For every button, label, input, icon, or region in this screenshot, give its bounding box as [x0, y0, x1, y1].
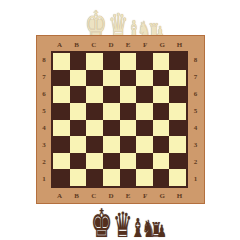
square-c7[interactable] [86, 70, 103, 87]
rank-label-5-left: 5 [37, 102, 51, 119]
square-g4[interactable] [153, 120, 170, 137]
square-g5[interactable] [153, 103, 170, 120]
board-frame: ABCDEFGH ABCDEFGH 87654321 87654321 [36, 35, 205, 204]
square-f7[interactable] [136, 70, 153, 87]
square-f4[interactable] [136, 120, 153, 137]
square-h5[interactable] [169, 103, 186, 120]
file-label-g-bottom: G [154, 188, 171, 204]
square-a2[interactable] [53, 153, 70, 170]
black-pawn-piece[interactable]: ♟ [157, 223, 166, 240]
square-b1[interactable] [70, 169, 87, 186]
rank-label-5-right: 5 [188, 102, 203, 119]
square-a3[interactable] [53, 136, 70, 153]
rank-label-7-left: 7 [37, 68, 51, 85]
square-d3[interactable] [103, 136, 120, 153]
black-pieces-tray: ♚♛♝♞♜♟ [90, 204, 163, 240]
square-d1[interactable] [103, 169, 120, 186]
square-b8[interactable] [70, 53, 87, 70]
square-a1[interactable] [53, 169, 70, 186]
rank-label-6-right: 6 [188, 85, 203, 102]
square-h3[interactable] [169, 136, 186, 153]
square-h1[interactable] [169, 169, 186, 186]
square-a7[interactable] [53, 70, 70, 87]
file-label-c-top: C [85, 38, 102, 51]
file-label-b-top: B [68, 38, 85, 51]
rank-label-1-left: 1 [37, 171, 51, 188]
rank-label-8-left: 8 [37, 51, 51, 68]
square-d5[interactable] [103, 103, 120, 120]
rank-label-3-right: 3 [188, 137, 203, 154]
square-e7[interactable] [120, 70, 137, 87]
square-f1[interactable] [136, 169, 153, 186]
square-h8[interactable] [169, 53, 186, 70]
square-e6[interactable] [120, 86, 137, 103]
rank-label-4-right: 4 [188, 120, 203, 137]
square-c5[interactable] [86, 103, 103, 120]
square-c6[interactable] [86, 86, 103, 103]
rank-labels-right: 87654321 [188, 51, 203, 188]
square-e5[interactable] [120, 103, 137, 120]
square-g7[interactable] [153, 70, 170, 87]
square-g2[interactable] [153, 153, 170, 170]
square-b4[interactable] [70, 120, 87, 137]
square-f8[interactable] [136, 53, 153, 70]
square-g8[interactable] [153, 53, 170, 70]
file-label-f-top: F [137, 38, 154, 51]
black-king-piece[interactable]: ♚ [91, 204, 113, 240]
chessboard-scene: ♚♛♝♞♜♟ ABCDEFGH ABCDEFGH 87654321 876543… [0, 0, 240, 240]
square-b3[interactable] [70, 136, 87, 153]
square-d8[interactable] [103, 53, 120, 70]
square-d2[interactable] [103, 153, 120, 170]
square-h7[interactable] [169, 70, 186, 87]
square-d7[interactable] [103, 70, 120, 87]
rank-label-6-left: 6 [37, 85, 51, 102]
square-h6[interactable] [169, 86, 186, 103]
rank-label-1-right: 1 [188, 171, 203, 188]
square-e2[interactable] [120, 153, 137, 170]
square-d6[interactable] [103, 86, 120, 103]
file-label-f-bottom: F [137, 188, 154, 204]
file-label-e-top: E [120, 38, 137, 51]
square-e8[interactable] [120, 53, 137, 70]
square-a6[interactable] [53, 86, 70, 103]
file-label-h-top: H [171, 38, 188, 51]
square-b6[interactable] [70, 86, 87, 103]
file-labels-bottom: ABCDEFGH [51, 188, 188, 204]
file-label-a-top: A [51, 38, 68, 51]
square-f2[interactable] [136, 153, 153, 170]
square-f6[interactable] [136, 86, 153, 103]
square-c8[interactable] [86, 53, 103, 70]
file-label-b-bottom: B [68, 188, 85, 204]
square-b7[interactable] [70, 70, 87, 87]
square-a4[interactable] [53, 120, 70, 137]
square-f5[interactable] [136, 103, 153, 120]
square-g6[interactable] [153, 86, 170, 103]
square-c2[interactable] [86, 153, 103, 170]
square-e1[interactable] [120, 169, 137, 186]
square-a8[interactable] [53, 53, 70, 70]
square-a5[interactable] [53, 103, 70, 120]
square-h4[interactable] [169, 120, 186, 137]
square-e3[interactable] [120, 136, 137, 153]
square-b2[interactable] [70, 153, 87, 170]
square-c4[interactable] [86, 120, 103, 137]
rank-label-3-left: 3 [37, 137, 51, 154]
file-label-a-bottom: A [51, 188, 68, 204]
chess-board [51, 51, 188, 188]
square-g3[interactable] [153, 136, 170, 153]
rank-label-8-right: 8 [188, 51, 203, 68]
square-d4[interactable] [103, 120, 120, 137]
square-g1[interactable] [153, 169, 170, 186]
rank-label-2-left: 2 [37, 154, 51, 171]
rank-label-2-right: 2 [188, 154, 203, 171]
file-label-h-bottom: H [171, 188, 188, 204]
square-c1[interactable] [86, 169, 103, 186]
rank-label-4-left: 4 [37, 120, 51, 137]
file-label-d-top: D [102, 38, 119, 51]
square-c3[interactable] [86, 136, 103, 153]
square-f3[interactable] [136, 136, 153, 153]
rank-labels-left: 87654321 [37, 51, 51, 188]
file-labels-top: ABCDEFGH [51, 36, 188, 51]
file-label-g-top: G [154, 38, 171, 51]
square-h2[interactable] [169, 153, 186, 170]
rank-label-7-right: 7 [188, 68, 203, 85]
square-e4[interactable] [120, 120, 137, 137]
file-label-e-bottom: E [120, 188, 137, 204]
square-b5[interactable] [70, 103, 87, 120]
